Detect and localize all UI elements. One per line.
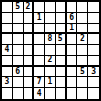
cell-r2c9[interactable]: [88, 13, 99, 24]
cell-r1c2[interactable]: 5: [13, 2, 24, 13]
cell-r7c1[interactable]: [2, 67, 13, 78]
given-digit: 8: [48, 35, 53, 43]
cell-r6c7[interactable]: [67, 56, 78, 67]
given-digit: 7: [37, 78, 42, 86]
given-digit: 2: [80, 35, 85, 43]
cell-r5c4[interactable]: [34, 45, 45, 56]
given-digit: 4: [37, 90, 42, 98]
given-digit: 3: [4, 78, 9, 86]
cell-r1c6[interactable]: [56, 2, 67, 13]
cell-r3c6[interactable]: [56, 24, 67, 35]
cell-r9c8[interactable]: [77, 88, 88, 99]
cell-r8c2[interactable]: [13, 77, 24, 88]
cell-r4c5[interactable]: 8: [45, 34, 56, 45]
cell-r2c5[interactable]: [45, 13, 56, 24]
cell-r5c5[interactable]: [45, 45, 56, 56]
cell-r2c3[interactable]: [24, 13, 35, 24]
cell-r4c4[interactable]: [34, 34, 45, 45]
cell-r4c6[interactable]: 5: [56, 34, 67, 45]
cell-r3c4[interactable]: [34, 24, 45, 35]
cell-r5c9[interactable]: [88, 45, 99, 56]
cell-r7c6[interactable]: [56, 67, 67, 78]
cell-r9c4[interactable]: 4: [34, 88, 45, 99]
cell-r6c4[interactable]: [34, 56, 45, 67]
cell-r8c4[interactable]: 7: [34, 77, 45, 88]
cell-r1c9[interactable]: [88, 2, 99, 13]
cell-r7c4[interactable]: [34, 67, 45, 78]
cell-r9c6[interactable]: [56, 88, 67, 99]
cell-r7c9[interactable]: 3: [88, 67, 99, 78]
cell-r1c5[interactable]: [45, 2, 56, 13]
cell-r9c7[interactable]: [67, 88, 78, 99]
cell-r6c3[interactable]: [24, 56, 35, 67]
cell-r7c7[interactable]: [67, 67, 78, 78]
cell-r6c9[interactable]: [88, 56, 99, 67]
cell-r4c7[interactable]: [67, 34, 78, 45]
cell-r9c1[interactable]: [2, 88, 13, 99]
given-digit: 5: [58, 35, 63, 43]
given-digit: 2: [48, 56, 53, 64]
cell-r2c2[interactable]: [13, 13, 24, 24]
cell-r3c8[interactable]: [77, 24, 88, 35]
cell-r9c3[interactable]: [24, 88, 35, 99]
cell-r4c8[interactable]: 2: [77, 34, 88, 45]
cell-r2c7[interactable]: 6: [67, 13, 78, 24]
cell-r6c5[interactable]: 2: [45, 56, 56, 67]
cell-r3c5[interactable]: [45, 24, 56, 35]
cell-r7c8[interactable]: 5: [77, 67, 88, 78]
given-digit: 5: [80, 68, 85, 76]
cell-r8c6[interactable]: [56, 77, 67, 88]
cell-r7c3[interactable]: [24, 67, 35, 78]
cell-r5c2[interactable]: [13, 45, 24, 56]
cell-r7c5[interactable]: [45, 67, 56, 78]
cell-r1c8[interactable]: [77, 2, 88, 13]
cell-r4c2[interactable]: [13, 34, 24, 45]
given-digit: 5: [15, 3, 20, 11]
given-digit: 4: [4, 46, 9, 54]
cell-r9c5[interactable]: [45, 88, 56, 99]
given-digit: 6: [15, 68, 20, 76]
given-digit: 1: [37, 14, 42, 22]
cell-r1c1[interactable]: [2, 2, 13, 13]
given-digit: 1: [69, 24, 74, 32]
cell-r9c2[interactable]: [13, 88, 24, 99]
cell-r1c3[interactable]: 2: [24, 2, 35, 13]
cell-r2c6[interactable]: [56, 13, 67, 24]
given-digit: 2: [26, 3, 31, 11]
cell-r3c1[interactable]: [2, 24, 13, 35]
given-digit: 1: [48, 78, 53, 86]
cell-r4c9[interactable]: [88, 34, 99, 45]
cell-r1c4[interactable]: [34, 2, 45, 13]
cell-r3c9[interactable]: [88, 24, 99, 35]
cell-r2c1[interactable]: [2, 13, 13, 24]
cell-r4c3[interactable]: [24, 34, 35, 45]
cell-r8c9[interactable]: [88, 77, 99, 88]
given-digit: 6: [69, 14, 74, 22]
cell-r2c4[interactable]: 1: [34, 13, 45, 24]
cell-r2c8[interactable]: [77, 13, 88, 24]
cell-r6c8[interactable]: [77, 56, 88, 67]
cell-r6c2[interactable]: [13, 56, 24, 67]
cell-r3c2[interactable]: [13, 24, 24, 35]
cell-r3c3[interactable]: [24, 24, 35, 35]
cell-r8c8[interactable]: [77, 77, 88, 88]
cell-r7c2[interactable]: 6: [13, 67, 24, 78]
cell-r8c3[interactable]: [24, 77, 35, 88]
cell-r4c1[interactable]: [2, 34, 13, 45]
cell-r5c3[interactable]: [24, 45, 35, 56]
cell-r5c7[interactable]: [67, 45, 78, 56]
cell-r8c7[interactable]: [67, 77, 78, 88]
cell-r3c7[interactable]: 1: [67, 24, 78, 35]
sudoku-board: 52161852426533714: [0, 0, 101, 101]
cell-r1c7[interactable]: [67, 2, 78, 13]
cell-r5c1[interactable]: 4: [2, 45, 13, 56]
cell-r9c9[interactable]: [88, 88, 99, 99]
cell-r5c6[interactable]: [56, 45, 67, 56]
cell-r5c8[interactable]: [77, 45, 88, 56]
cell-r6c6[interactable]: [56, 56, 67, 67]
cell-r6c1[interactable]: [2, 56, 13, 67]
given-digit: 3: [91, 68, 96, 76]
cell-r8c1[interactable]: 3: [2, 77, 13, 88]
cell-r8c5[interactable]: 1: [45, 77, 56, 88]
